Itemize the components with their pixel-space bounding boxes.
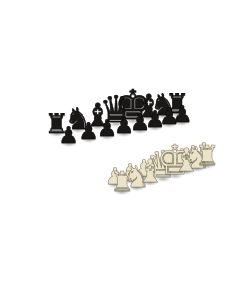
piece-shadow — [190, 166, 205, 172]
black-pawn-a7: ♟ — [58, 124, 79, 147]
square-h3 — [192, 148, 207, 158]
piece-shadow — [143, 180, 158, 186]
square-f7 — [144, 122, 165, 134]
white-pawn-f2: ♟ — [172, 146, 193, 169]
square-b7 — [73, 134, 102, 147]
file-label-d: d — [165, 183, 168, 185]
square-c6 — [103, 140, 128, 152]
square-g6 — [165, 128, 183, 139]
black-pawn-d7: ♟ — [114, 113, 135, 136]
white-knight-b1: ♞ — [123, 161, 150, 191]
file-label-g: g — [198, 172, 200, 174]
rank-label-right-2: 2 — [210, 157, 212, 159]
piece-shadow — [81, 137, 96, 143]
black-queen-d8: ♛ — [99, 91, 132, 128]
piece-shadow — [71, 127, 86, 133]
square-e4 — [149, 150, 168, 161]
square-g5 — [171, 136, 188, 147]
square-f8 — [137, 112, 159, 124]
square-b1 — [126, 182, 146, 193]
piece-shadow — [156, 113, 171, 119]
rank-label-right-5: 5 — [199, 136, 201, 138]
square-a8 — [39, 126, 73, 141]
white-pawn-g2: ♟ — [183, 142, 204, 165]
piece-shadow — [137, 174, 152, 180]
square-e8 — [120, 115, 144, 128]
square-c3 — [127, 164, 148, 175]
white-pawn-c2: ♟ — [134, 157, 155, 180]
white-pawn-b2: ♟ — [120, 161, 141, 184]
square-g7 — [159, 119, 178, 130]
square-g3 — [181, 151, 197, 161]
piece-shadow — [99, 134, 114, 140]
piece-shadow — [90, 124, 105, 130]
piece-shadow — [186, 160, 201, 166]
rank-label-right-7: 7 — [190, 120, 193, 122]
square-h4 — [188, 141, 203, 151]
square-b2 — [119, 176, 140, 187]
white-rook-h1: ♜ — [195, 142, 219, 169]
black-bishop-c8: ♝ — [83, 99, 112, 131]
pieces-layer: ♜♞♝♛♚♝♞♜♟♟♟♟♟♟♟♟♟♟♟♟♟♟♟♟♜♞♝♛♚♝♞♜ — [0, 0, 240, 303]
square-e1 — [166, 171, 182, 181]
white-knight-g1: ♞ — [184, 142, 211, 172]
file-label-c: c — [153, 187, 156, 189]
piece-shadow — [61, 141, 76, 147]
white-pawn-a2: ♟ — [105, 165, 126, 188]
rank-label-right-6: 6 — [194, 128, 197, 130]
piece-shadow — [141, 115, 156, 121]
piece-shadow — [196, 157, 211, 163]
chess-board-mat: abcdefgh8877665544332211 — [26, 104, 218, 201]
square-b6 — [84, 143, 111, 156]
square-h6 — [179, 126, 196, 137]
piece-shadow — [107, 182, 122, 188]
file-label-e: e — [177, 179, 180, 181]
square-h8 — [168, 108, 187, 120]
square-d6 — [120, 137, 143, 149]
square-g1 — [190, 164, 204, 173]
square-e5 — [143, 142, 163, 153]
square-e3 — [155, 157, 173, 167]
white-bishop-c1: ♝ — [136, 155, 165, 187]
square-d8 — [102, 117, 128, 130]
piece-shadow — [115, 189, 130, 195]
square-b3 — [111, 168, 134, 179]
piece-shadow — [174, 163, 189, 169]
black-pawn-f7: ♟ — [145, 108, 166, 131]
rank-label-right-8: 8 — [185, 111, 188, 113]
piece-shadow — [175, 120, 190, 126]
rank-label-left-1: 1 — [110, 194, 114, 196]
square-c1 — [140, 178, 159, 188]
black-rook-h8: ♜ — [165, 90, 189, 117]
rank-label-left-6: 6 — [63, 155, 68, 158]
square-b5 — [94, 152, 120, 164]
square-f3 — [168, 154, 185, 164]
chess-board — [37, 107, 215, 198]
piece-shadow — [49, 131, 64, 137]
square-d3 — [142, 161, 161, 172]
square-a2 — [103, 180, 126, 191]
square-g2 — [185, 158, 200, 168]
square-e7 — [128, 124, 151, 136]
black-pawn-e7: ♟ — [130, 110, 151, 133]
square-g4 — [176, 144, 192, 154]
square-c7 — [93, 130, 120, 143]
square-f6 — [151, 131, 171, 142]
piece-shadow — [167, 173, 182, 179]
rank-label-right-4: 4 — [203, 143, 205, 145]
piece-shadow — [122, 178, 137, 184]
chess-set-photo: abcdefgh8877665544332211 ♜♞♝♛♚♝♞♜♟♟♟♟♟♟♟… — [0, 0, 240, 303]
square-a1 — [111, 187, 133, 198]
rank-label-right-1: 1 — [213, 163, 215, 165]
black-pawn-b7: ♟ — [78, 120, 99, 143]
square-a6 — [64, 147, 94, 160]
square-c4 — [119, 157, 141, 168]
square-a5 — [75, 156, 103, 169]
piece-shadow — [117, 131, 132, 137]
file-label-h: h — [209, 169, 211, 171]
black-knight-b8: ♞ — [65, 104, 92, 134]
square-d5 — [128, 145, 150, 157]
piece-shadow — [129, 185, 144, 191]
white-pawn-e2: ♟ — [160, 149, 181, 172]
white-bishop-f1: ♝ — [172, 144, 201, 176]
square-a3 — [94, 172, 119, 184]
square-f2 — [174, 161, 190, 171]
white-queen-d1: ♛ — [146, 147, 179, 184]
square-h5 — [183, 134, 199, 144]
rank-label-left-8: 8 — [38, 135, 44, 138]
piece-shadow — [150, 170, 165, 176]
black-bishop-f8: ♝ — [134, 90, 163, 122]
black-pawn-g7: ♟ — [159, 105, 180, 128]
piece-shadow — [155, 176, 170, 182]
rank-label-left-2: 2 — [102, 188, 106, 190]
square-b4 — [103, 161, 127, 173]
square-a7 — [52, 137, 84, 151]
piece-shadow — [162, 166, 177, 172]
file-label-b: b — [139, 191, 142, 193]
white-pawn-d2: ♟ — [147, 153, 168, 176]
piece-shadow — [170, 111, 185, 117]
black-rook-a8: ♜ — [45, 110, 69, 137]
square-h1 — [200, 161, 213, 170]
square-c8 — [83, 120, 112, 134]
rank-label-right-3: 3 — [206, 150, 208, 152]
black-pawn-h7: ♟ — [172, 102, 193, 125]
black-pawn-c7: ♟ — [97, 117, 118, 140]
square-f4 — [163, 147, 181, 158]
piece-shadow — [133, 128, 148, 134]
square-e2 — [161, 164, 178, 174]
square-d4 — [135, 153, 156, 164]
square-e6 — [136, 134, 157, 146]
rank-label-left-5: 5 — [74, 164, 79, 167]
rank-label-left-3: 3 — [93, 180, 97, 182]
piece-shadow — [162, 122, 177, 128]
square-g8 — [153, 110, 173, 122]
square-h2 — [197, 155, 211, 164]
square-f5 — [157, 139, 176, 150]
white-king-e1: ♚ — [156, 140, 193, 181]
file-label-a: a — [125, 195, 128, 197]
square-a4 — [85, 165, 111, 177]
piece-shadow — [179, 169, 194, 175]
black-king-e8: ♚ — [114, 85, 151, 126]
file-label-f: f — [188, 176, 190, 178]
piece-shadow — [200, 163, 215, 169]
square-d7 — [111, 127, 136, 140]
square-h7 — [173, 117, 191, 128]
piece-shadow — [125, 118, 140, 124]
piece-shadow — [148, 125, 163, 131]
square-d2 — [148, 168, 167, 178]
square-c5 — [111, 149, 135, 161]
piece-shadow — [108, 121, 123, 127]
rank-label-left-4: 4 — [84, 173, 89, 175]
rank-label-left-7: 7 — [51, 146, 57, 149]
square-b8 — [62, 123, 93, 137]
square-c2 — [134, 172, 154, 183]
black-knight-g8: ♞ — [150, 90, 177, 120]
square-d1 — [154, 174, 172, 184]
white-pawn-h2: ♟ — [193, 139, 214, 162]
white-rook-a1: ♜ — [110, 168, 134, 195]
square-f1 — [178, 167, 193, 177]
